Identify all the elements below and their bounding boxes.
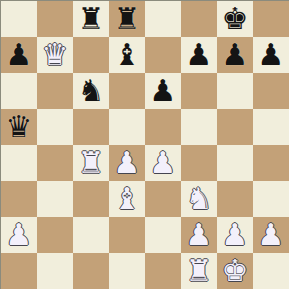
square-h8[interactable]: [253, 1, 289, 37]
square-a6[interactable]: [1, 73, 37, 109]
square-a8[interactable]: [1, 1, 37, 37]
square-d5[interactable]: [109, 109, 145, 145]
square-f7[interactable]: ♟: [181, 37, 217, 73]
square-f2[interactable]: ♟: [181, 217, 217, 253]
square-e7[interactable]: [145, 37, 181, 73]
square-g7[interactable]: ♟: [217, 37, 253, 73]
square-g5[interactable]: [217, 109, 253, 145]
piece-black-queen-a5[interactable]: ♛: [6, 112, 33, 142]
piece-white-queen-b7[interactable]: ♛: [42, 40, 69, 70]
square-h2[interactable]: ♟: [253, 217, 289, 253]
square-a5[interactable]: ♛: [1, 109, 37, 145]
piece-black-pawn-e6[interactable]: ♟: [150, 76, 177, 106]
piece-white-rook-f1[interactable]: ♜: [186, 256, 213, 286]
square-c2[interactable]: [73, 217, 109, 253]
piece-black-pawn-h7[interactable]: ♟: [258, 40, 285, 70]
square-h6[interactable]: [253, 73, 289, 109]
square-e8[interactable]: [145, 1, 181, 37]
square-h3[interactable]: [253, 181, 289, 217]
piece-black-king-g8[interactable]: ♚: [222, 4, 249, 34]
chess-board: ♜♜♚♟♛♝♟♟♟♞♟♛♜♟♟♝♞♟♟♟♟♜♚: [1, 1, 289, 289]
piece-black-pawn-a7[interactable]: ♟: [6, 40, 33, 70]
square-a4[interactable]: [1, 145, 37, 181]
square-f8[interactable]: [181, 1, 217, 37]
square-a2[interactable]: ♟: [1, 217, 37, 253]
square-a1[interactable]: [1, 253, 37, 289]
square-g1[interactable]: ♚: [217, 253, 253, 289]
square-b8[interactable]: [37, 1, 73, 37]
square-g4[interactable]: [217, 145, 253, 181]
square-d2[interactable]: [109, 217, 145, 253]
square-h7[interactable]: ♟: [253, 37, 289, 73]
piece-black-rook-c8[interactable]: ♜: [78, 4, 105, 34]
piece-black-pawn-f7[interactable]: ♟: [186, 40, 213, 70]
piece-white-pawn-e4[interactable]: ♟: [150, 148, 177, 178]
square-f1[interactable]: ♜: [181, 253, 217, 289]
piece-white-pawn-f2[interactable]: ♟: [186, 220, 213, 250]
square-a7[interactable]: ♟: [1, 37, 37, 73]
square-b2[interactable]: [37, 217, 73, 253]
square-f5[interactable]: [181, 109, 217, 145]
square-c6[interactable]: ♞: [73, 73, 109, 109]
piece-white-rook-c4[interactable]: ♜: [78, 148, 105, 178]
square-g6[interactable]: [217, 73, 253, 109]
square-d8[interactable]: ♜: [109, 1, 145, 37]
piece-white-pawn-a2[interactable]: ♟: [6, 220, 33, 250]
square-b3[interactable]: [37, 181, 73, 217]
square-a3[interactable]: [1, 181, 37, 217]
piece-black-bishop-d7[interactable]: ♝: [114, 40, 141, 70]
piece-white-knight-f3[interactable]: ♞: [186, 184, 213, 214]
square-c4[interactable]: ♜: [73, 145, 109, 181]
square-c7[interactable]: [73, 37, 109, 73]
square-b5[interactable]: [37, 109, 73, 145]
square-h1[interactable]: [253, 253, 289, 289]
square-f6[interactable]: [181, 73, 217, 109]
piece-white-bishop-d3[interactable]: ♝: [114, 184, 141, 214]
square-e2[interactable]: [145, 217, 181, 253]
square-f3[interactable]: ♞: [181, 181, 217, 217]
square-d7[interactable]: ♝: [109, 37, 145, 73]
piece-white-pawn-g2[interactable]: ♟: [222, 220, 249, 250]
square-e6[interactable]: ♟: [145, 73, 181, 109]
square-c3[interactable]: [73, 181, 109, 217]
square-d6[interactable]: [109, 73, 145, 109]
square-d1[interactable]: [109, 253, 145, 289]
square-e4[interactable]: ♟: [145, 145, 181, 181]
square-g2[interactable]: ♟: [217, 217, 253, 253]
square-d3[interactable]: ♝: [109, 181, 145, 217]
square-g3[interactable]: [217, 181, 253, 217]
square-h4[interactable]: [253, 145, 289, 181]
square-c1[interactable]: [73, 253, 109, 289]
piece-black-knight-c6[interactable]: ♞: [78, 76, 105, 106]
square-b4[interactable]: [37, 145, 73, 181]
square-f4[interactable]: [181, 145, 217, 181]
square-h5[interactable]: [253, 109, 289, 145]
piece-black-pawn-g7[interactable]: ♟: [222, 40, 249, 70]
square-e3[interactable]: [145, 181, 181, 217]
square-d4[interactable]: ♟: [109, 145, 145, 181]
piece-white-king-g1[interactable]: ♚: [222, 256, 249, 286]
square-b7[interactable]: ♛: [37, 37, 73, 73]
piece-white-pawn-d4[interactable]: ♟: [114, 148, 141, 178]
square-c5[interactable]: [73, 109, 109, 145]
piece-black-rook-d8[interactable]: ♜: [114, 4, 141, 34]
square-e1[interactable]: [145, 253, 181, 289]
piece-white-pawn-h2[interactable]: ♟: [258, 220, 285, 250]
square-c8[interactable]: ♜: [73, 1, 109, 37]
square-e5[interactable]: [145, 109, 181, 145]
square-b6[interactable]: [37, 73, 73, 109]
square-b1[interactable]: [37, 253, 73, 289]
square-g8[interactable]: ♚: [217, 1, 253, 37]
